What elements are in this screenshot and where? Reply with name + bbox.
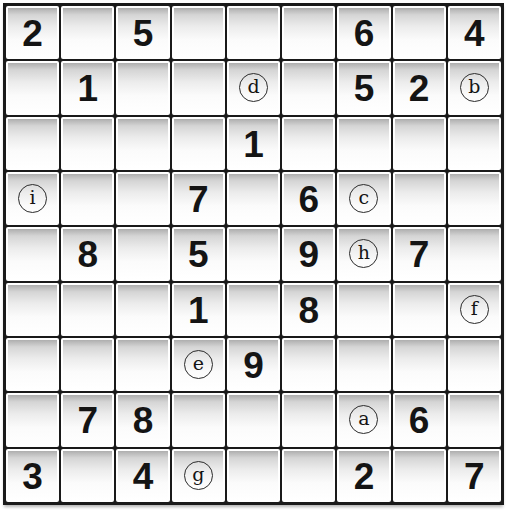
cell-r3c9[interactable] bbox=[448, 117, 501, 170]
cell-r1c6[interactable] bbox=[282, 6, 335, 59]
given-digit: 7 bbox=[464, 458, 485, 495]
given-digit: 9 bbox=[298, 236, 319, 273]
cell-r7c1[interactable] bbox=[6, 338, 59, 391]
given-digit: 3 bbox=[22, 458, 43, 495]
cell-r7c2[interactable] bbox=[61, 338, 114, 391]
cell-r6c8[interactable] bbox=[393, 283, 446, 336]
cell-r9c2[interactable] bbox=[61, 449, 114, 502]
cell-r8c2[interactable]: 7 bbox=[61, 393, 114, 446]
page: 25641d52b1i76c859h718fe978a634g27 bbox=[0, 0, 507, 513]
cell-r8c5[interactable] bbox=[227, 393, 280, 446]
cell-r7c6[interactable] bbox=[282, 338, 335, 391]
cell-r3c2[interactable] bbox=[61, 117, 114, 170]
given-digit: 7 bbox=[409, 236, 430, 273]
cell-r2c1[interactable] bbox=[6, 61, 59, 114]
cell-r1c4[interactable] bbox=[172, 6, 225, 59]
cell-r6c4[interactable]: 1 bbox=[172, 283, 225, 336]
cell-r5c6[interactable]: 9 bbox=[282, 227, 335, 280]
cell-r8c9[interactable] bbox=[448, 393, 501, 446]
cell-r3c3[interactable] bbox=[116, 117, 169, 170]
circled-letter-e: e bbox=[184, 350, 213, 379]
cell-r5c1[interactable] bbox=[6, 227, 59, 280]
cell-r2c4[interactable] bbox=[172, 61, 225, 114]
cell-r5c8[interactable]: 7 bbox=[393, 227, 446, 280]
cell-r1c5[interactable] bbox=[227, 6, 280, 59]
cell-r7c3[interactable] bbox=[116, 338, 169, 391]
cell-r1c1[interactable]: 2 bbox=[6, 6, 59, 59]
cell-r7c4[interactable]: e bbox=[172, 338, 225, 391]
circled-letter-a: a bbox=[349, 405, 378, 434]
cell-r8c8[interactable]: 6 bbox=[393, 393, 446, 446]
cell-r5c4[interactable]: 5 bbox=[172, 227, 225, 280]
given-digit: 1 bbox=[243, 126, 264, 163]
cell-r6c1[interactable] bbox=[6, 283, 59, 336]
cell-r3c6[interactable] bbox=[282, 117, 335, 170]
given-digit: 2 bbox=[22, 15, 43, 52]
cell-r5c9[interactable] bbox=[448, 227, 501, 280]
given-digit: 7 bbox=[188, 181, 209, 218]
circled-letter-d: d bbox=[239, 73, 268, 102]
given-digit: 1 bbox=[78, 70, 99, 107]
cell-r3c1[interactable] bbox=[6, 117, 59, 170]
cell-r4c9[interactable] bbox=[448, 172, 501, 225]
cell-r3c8[interactable] bbox=[393, 117, 446, 170]
cell-r9c8[interactable] bbox=[393, 449, 446, 502]
cell-r3c7[interactable] bbox=[337, 117, 390, 170]
cell-r2c5[interactable]: d bbox=[227, 61, 280, 114]
given-digit: 5 bbox=[133, 15, 154, 52]
cell-r6c2[interactable] bbox=[61, 283, 114, 336]
circled-letter-h: h bbox=[349, 239, 378, 268]
sudoku-board: 25641d52b1i76c859h718fe978a634g27 bbox=[3, 3, 504, 505]
circled-letter-c: c bbox=[349, 184, 378, 213]
given-digit: 6 bbox=[298, 181, 319, 218]
cell-r9c1[interactable]: 3 bbox=[6, 449, 59, 502]
given-digit: 8 bbox=[78, 236, 99, 273]
cell-r5c2[interactable]: 8 bbox=[61, 227, 114, 280]
cell-r5c3[interactable] bbox=[116, 227, 169, 280]
given-digit: 6 bbox=[354, 15, 375, 52]
cell-r5c5[interactable] bbox=[227, 227, 280, 280]
cell-r4c6[interactable]: 6 bbox=[282, 172, 335, 225]
cell-r7c8[interactable] bbox=[393, 338, 446, 391]
cell-r8c4[interactable] bbox=[172, 393, 225, 446]
cell-r6c7[interactable] bbox=[337, 283, 390, 336]
cell-r1c2[interactable] bbox=[61, 6, 114, 59]
cell-r2c2[interactable]: 1 bbox=[61, 61, 114, 114]
cell-r4c1[interactable]: i bbox=[6, 172, 59, 225]
given-digit: 8 bbox=[133, 402, 154, 439]
cell-r8c6[interactable] bbox=[282, 393, 335, 446]
cell-r1c7[interactable]: 6 bbox=[337, 6, 390, 59]
cell-r6c9[interactable]: f bbox=[448, 283, 501, 336]
cell-r3c5[interactable]: 1 bbox=[227, 117, 280, 170]
cell-r6c5[interactable] bbox=[227, 283, 280, 336]
cell-r2c3[interactable] bbox=[116, 61, 169, 114]
given-digit: 7 bbox=[78, 402, 99, 439]
cell-r3c4[interactable] bbox=[172, 117, 225, 170]
cell-r9c3[interactable]: 4 bbox=[116, 449, 169, 502]
cell-r9c9[interactable]: 7 bbox=[448, 449, 501, 502]
given-digit: 2 bbox=[409, 70, 430, 107]
given-digit: 6 bbox=[409, 402, 430, 439]
cell-r2c9[interactable]: b bbox=[448, 61, 501, 114]
cell-r1c9[interactable]: 4 bbox=[448, 6, 501, 59]
cell-r4c7[interactable]: c bbox=[337, 172, 390, 225]
cell-r4c8[interactable] bbox=[393, 172, 446, 225]
cell-r2c6[interactable] bbox=[282, 61, 335, 114]
circled-letter-g: g bbox=[184, 461, 213, 490]
cell-r5c7[interactable]: h bbox=[337, 227, 390, 280]
cell-r7c9[interactable] bbox=[448, 338, 501, 391]
circled-letter-i: i bbox=[18, 184, 47, 213]
given-digit: 8 bbox=[298, 292, 319, 329]
cell-r8c1[interactable] bbox=[6, 393, 59, 446]
given-digit: 9 bbox=[243, 347, 264, 384]
cell-r6c3[interactable] bbox=[116, 283, 169, 336]
cell-r2c8[interactable]: 2 bbox=[393, 61, 446, 114]
cell-r8c3[interactable]: 8 bbox=[116, 393, 169, 446]
circled-letter-f: f bbox=[460, 295, 489, 324]
cell-r9c6[interactable] bbox=[282, 449, 335, 502]
cell-r6c6[interactable]: 8 bbox=[282, 283, 335, 336]
cell-r7c7[interactable] bbox=[337, 338, 390, 391]
cell-r9c4[interactable]: g bbox=[172, 449, 225, 502]
cell-r9c5[interactable] bbox=[227, 449, 280, 502]
cell-r2c7[interactable]: 5 bbox=[337, 61, 390, 114]
cell-r1c8[interactable] bbox=[393, 6, 446, 59]
given-digit: 4 bbox=[133, 458, 154, 495]
given-digit: 2 bbox=[354, 458, 375, 495]
given-digit: 1 bbox=[188, 292, 209, 329]
given-digit: 4 bbox=[464, 15, 485, 52]
given-digit: 5 bbox=[188, 236, 209, 273]
cell-r9c7[interactable]: 2 bbox=[337, 449, 390, 502]
circled-letter-b: b bbox=[460, 73, 489, 102]
cell-r4c3[interactable] bbox=[116, 172, 169, 225]
cell-r7c5[interactable]: 9 bbox=[227, 338, 280, 391]
cell-r4c4[interactable]: 7 bbox=[172, 172, 225, 225]
given-digit: 5 bbox=[354, 70, 375, 107]
cell-r4c5[interactable] bbox=[227, 172, 280, 225]
cell-r8c7[interactable]: a bbox=[337, 393, 390, 446]
cell-r4c2[interactable] bbox=[61, 172, 114, 225]
cell-r1c3[interactable]: 5 bbox=[116, 6, 169, 59]
